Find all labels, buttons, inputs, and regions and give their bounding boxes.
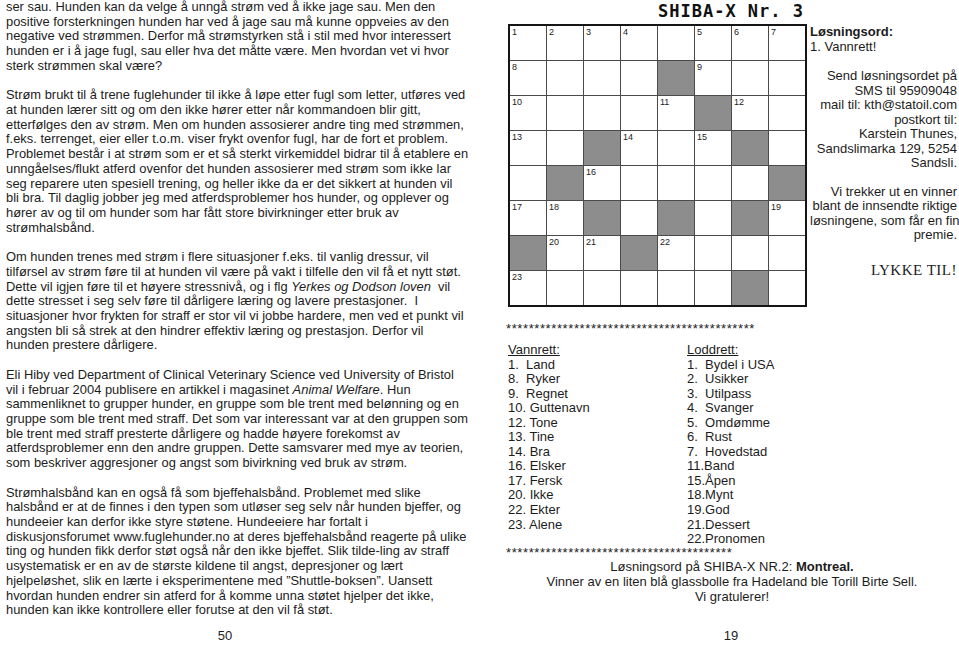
grid-cell (769, 131, 805, 165)
grid-cell: 8 (510, 61, 546, 95)
grid-cell: 7 (769, 26, 805, 60)
article-column: ser sau. Hunden kan da velge å unngå str… (6, 0, 506, 633)
good-luck-text: LYKKE TIL! (810, 263, 957, 278)
grid-cell: 14 (621, 131, 657, 165)
clue-item: 22. Ekter (508, 503, 678, 518)
grid-cell (695, 236, 731, 270)
down-clues: Loddrett: 1. Bydel i USA2. Usikker3. Uti… (687, 343, 847, 547)
grid-cell (621, 201, 657, 235)
clue-number: 11 (660, 97, 669, 107)
clue-number: 10 (512, 97, 522, 107)
grid-cell (621, 96, 657, 130)
grid-cell (547, 131, 583, 165)
grid-cell (658, 131, 694, 165)
grid-cell: 10 (510, 96, 546, 130)
down-header: Loddrett: (687, 343, 847, 358)
grid-cell: 6 (732, 26, 768, 60)
grid-cell: 9 (695, 61, 731, 95)
clue-item: 21.Dessert (687, 518, 847, 533)
grid-cell (547, 271, 583, 305)
clue-item: 13. Tine (508, 430, 678, 445)
article-paragraph: Om hunden trenes med strøm i flere situa… (6, 250, 506, 353)
clue-number: 17 (512, 202, 522, 212)
grid-cell (584, 96, 620, 130)
asterisk-separator: **************************************** (506, 545, 732, 560)
grid-cell (547, 96, 583, 130)
page-number-left: 50 (195, 628, 255, 643)
grid-cell: 5 (695, 26, 731, 60)
clue-item: 18.Mynt (687, 488, 847, 503)
clue-number: 15 (697, 132, 707, 142)
clue-number: 1 (512, 27, 517, 37)
clue-number: 21 (586, 237, 596, 247)
grid-cell: 19 (769, 201, 805, 235)
submission-instructions: Send løsningsordet på SMS til 95909048 m… (810, 69, 957, 171)
clue-item: 3. Utilpass (687, 387, 847, 402)
clue-item: 16. Elsker (508, 459, 678, 474)
grid-cell: 17 (510, 201, 546, 235)
clue-number: 5 (697, 27, 702, 37)
grid-cell: 18 (547, 201, 583, 235)
previous-solution-line: Løsningsord på SHIBA-X NR.2: Montreal. (505, 559, 959, 574)
across-clues: Vannrett: 1. Land8. Ryker9. Regnet10. Gu… (508, 343, 678, 532)
clue-item: 1. Bydel i USA (687, 358, 847, 373)
clue-number: 6 (734, 27, 739, 37)
congrats-line: Vi gratulerer! (505, 589, 959, 604)
block-cell (621, 236, 657, 270)
article-paragraph: Strømhalsbånd kan en også få som bjeffeh… (6, 486, 506, 618)
block-cell (732, 201, 768, 235)
prize-draw-note: Vi trekker ut en vinner blant de innsend… (810, 185, 957, 243)
clue-number: 8 (512, 62, 517, 72)
article-paragraph: ser sau. Hunden kan da velge å unngå str… (6, 0, 506, 74)
clue-number: 9 (697, 62, 702, 72)
grid-cell (621, 271, 657, 305)
clue-number: 19 (771, 202, 781, 212)
clue-item: 10. Guttenavn (508, 401, 678, 416)
down-clue-list: 1. Bydel i USA2. Usikker3. Utilpass4. Sv… (687, 358, 847, 547)
page-number-right: 19 (701, 628, 761, 643)
grid-cell (658, 271, 694, 305)
clue-item: 9. Regnet (508, 387, 678, 402)
clue-number: 22 (660, 237, 670, 247)
across-header: Vannrett: (508, 343, 678, 358)
clue-number: 14 (623, 132, 633, 142)
clue-item: 4. Svanger (687, 401, 847, 416)
grid-cell (658, 166, 694, 200)
crossword-grid: 1234567891011121314151617181920212223 (508, 24, 807, 307)
grid-cell (769, 271, 805, 305)
clue-number: 16 (586, 167, 596, 177)
clue-item: 12. Tone (508, 416, 678, 431)
block-cell (547, 166, 583, 200)
clue-item: 1. Land (508, 358, 678, 373)
clue-item: 20. Ikke (508, 488, 678, 503)
grid-cell (769, 236, 805, 270)
clue-item: 7. Hovedstad (687, 445, 847, 460)
clue-number: 18 (549, 202, 559, 212)
across-clue-list: 1. Land8. Ryker9. Regnet10. Guttenavn12.… (508, 358, 678, 533)
article-paragraph: Eli Hiby ved Department of Clinical Vete… (6, 368, 506, 471)
grid-cell: 20 (547, 236, 583, 270)
clue-number: 2 (549, 27, 554, 37)
grid-cell (732, 236, 768, 270)
clue-item: 6. Rust (687, 430, 847, 445)
clue-number: 4 (623, 27, 628, 37)
clue-item: 15.Åpen (687, 474, 847, 489)
clue-item: 19.God (687, 503, 847, 518)
grid-cell: 12 (732, 96, 768, 130)
grid-cell: 1 (510, 26, 546, 60)
grid-cell: 16 (584, 166, 620, 200)
grid-cell: 23 (510, 271, 546, 305)
clue-number: 20 (549, 237, 559, 247)
clue-item: 2. Usikker (687, 372, 847, 387)
grid-cell (769, 96, 805, 130)
grid-cell (769, 61, 805, 95)
asterisk-separator: ****************************************… (506, 321, 755, 336)
grid-cell (732, 166, 768, 200)
grid-cell (732, 61, 768, 95)
grid-cell (695, 201, 731, 235)
grid-cell (621, 166, 657, 200)
clue-item: 5. Omdømme (687, 416, 847, 431)
grid-cell: 11 (658, 96, 694, 130)
block-cell (658, 201, 694, 235)
puzzle-title: SHIBA-X Nr. 3 (505, 1, 957, 21)
block-cell (510, 236, 546, 270)
block-cell (769, 166, 805, 200)
clue-item: 8. Ryker (508, 372, 678, 387)
block-cell (732, 131, 768, 165)
clue-number: 7 (771, 27, 776, 37)
block-cell (732, 271, 768, 305)
solution-sidebar: Løsningsord: 1. Vannrett! Send løsningso… (810, 25, 957, 277)
block-cell (584, 131, 620, 165)
clue-item: 17. Fersk (508, 474, 678, 489)
clue-item: 14. Bra (508, 445, 678, 460)
grid-cell (510, 166, 546, 200)
grid-cell: 4 (621, 26, 657, 60)
block-cell (584, 201, 620, 235)
grid-cell (695, 271, 731, 305)
solution-word-heading: Løsningsord: (810, 25, 957, 40)
clue-number: 23 (512, 272, 522, 282)
grid-cell (621, 61, 657, 95)
grid-cell: 3 (584, 26, 620, 60)
article-paragraph: Strøm brukt til å trene fuglehunder til … (6, 88, 506, 235)
solution-word-hint: 1. Vannrett! (810, 40, 957, 55)
clue-item: 23. Alene (508, 518, 678, 533)
clue-number: 13 (512, 132, 522, 142)
grid-cell: 13 (510, 131, 546, 165)
grid-cell: 22 (658, 236, 694, 270)
clue-item: 11.Band (687, 459, 847, 474)
block-cell (658, 61, 694, 95)
grid-cell (658, 26, 694, 60)
grid-cell: 21 (584, 236, 620, 270)
grid-cell: 15 (695, 131, 731, 165)
grid-cell (584, 271, 620, 305)
grid-cell (584, 61, 620, 95)
block-cell (695, 96, 731, 130)
clue-number: 3 (586, 27, 591, 37)
grid-cell (547, 61, 583, 95)
winner-line: Vinner av en liten blå glassbolle fra Ha… (505, 574, 959, 589)
grid-cell (695, 166, 731, 200)
grid-cell: 2 (547, 26, 583, 60)
clue-number: 12 (734, 97, 744, 107)
